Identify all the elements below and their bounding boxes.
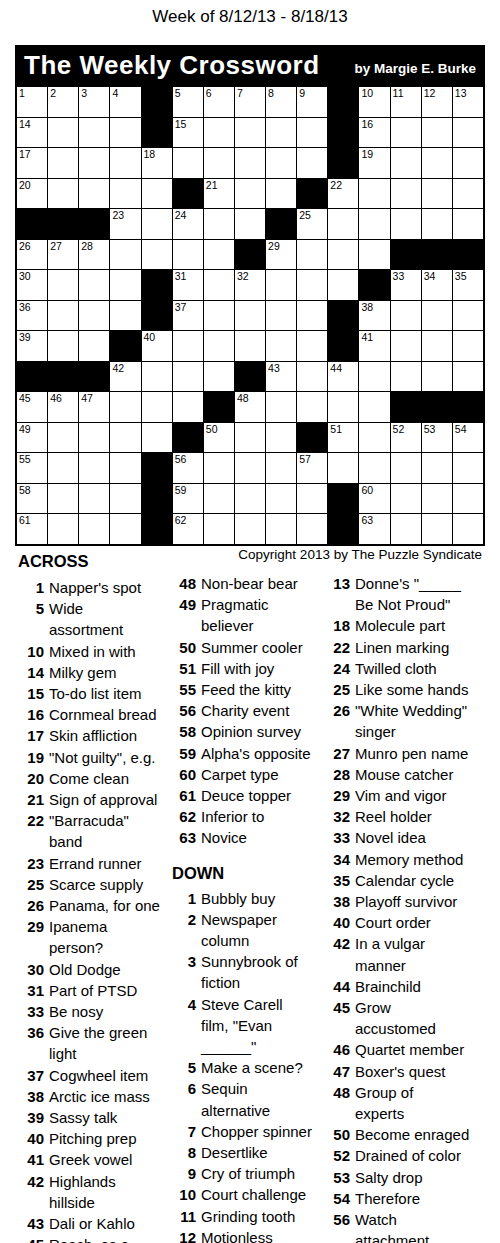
cell-r1c4[interactable]: 4	[110, 87, 140, 117]
cell-r8c9[interactable]	[266, 301, 296, 331]
cell-r10c15[interactable]	[453, 362, 483, 392]
cell-r2c12[interactable]: 16	[359, 118, 389, 148]
cell-r15c3[interactable]	[79, 514, 109, 544]
cell-r12c5[interactable]	[142, 423, 172, 453]
cell-r7c15[interactable]: 35	[453, 270, 483, 300]
cell-r4c2[interactable]	[48, 179, 78, 209]
clue-number: 50	[172, 637, 201, 658]
cell-r8c12[interactable]: 38	[359, 301, 389, 331]
clue-number: 26	[18, 895, 49, 916]
cell-r14c7[interactable]	[204, 484, 234, 514]
cell-r12c3[interactable]	[79, 423, 109, 453]
clue-number: 49	[172, 594, 201, 636]
cell-r4c15[interactable]	[453, 179, 483, 209]
cell-r10c7[interactable]	[204, 362, 234, 392]
cell-r4c12[interactable]	[359, 179, 389, 209]
cell-r13c13[interactable]	[391, 453, 421, 483]
cell-r10c13[interactable]	[391, 362, 421, 392]
cell-r3c2[interactable]	[48, 148, 78, 178]
cell-r11c3[interactable]: 47	[79, 392, 109, 422]
clue-number: 5	[18, 598, 49, 640]
clue-number: 21	[18, 789, 49, 810]
clue-text: Sunnybrook of fiction	[201, 951, 298, 993]
cell-number: 12	[424, 88, 436, 99]
cell-r9c10[interactable]	[297, 331, 327, 361]
cell-r4c13[interactable]	[391, 179, 421, 209]
clue-text: Cry of triumph	[201, 1163, 295, 1184]
clue-number: 38	[330, 891, 355, 912]
clue-number: 56	[172, 700, 201, 721]
cell-r5c5[interactable]	[142, 209, 172, 239]
cell-r7c4[interactable]	[110, 270, 140, 300]
cell-r15c4[interactable]	[110, 514, 140, 544]
cell-r12c13[interactable]: 52	[391, 423, 421, 453]
cell-r6c7[interactable]	[204, 240, 234, 270]
cell-number: 14	[19, 119, 31, 130]
cell-r15c1[interactable]: 61	[17, 514, 47, 544]
cell-r10c6[interactable]	[173, 362, 203, 392]
cell-r2c9[interactable]	[266, 118, 296, 148]
black-cell-r2c5	[142, 118, 172, 148]
cell-r13c1[interactable]: 55	[17, 453, 47, 483]
cell-r13c9[interactable]	[266, 453, 296, 483]
black-cell-r10c1	[17, 362, 47, 392]
cell-number: 54	[455, 424, 467, 435]
cell-r3c10[interactable]	[297, 148, 327, 178]
cell-r14c8[interactable]	[235, 484, 265, 514]
cell-r9c8[interactable]	[235, 331, 265, 361]
cell-r8c13[interactable]	[391, 301, 421, 331]
cell-r13c12[interactable]	[359, 453, 389, 483]
clue-text: "Not guilty", e.g.	[49, 747, 156, 768]
cell-r12c8[interactable]	[235, 423, 265, 453]
clue-text: Come clean	[49, 768, 129, 789]
cell-r13c4[interactable]	[110, 453, 140, 483]
cell-r11c2[interactable]: 46	[48, 392, 78, 422]
cell-r2c8[interactable]	[235, 118, 265, 148]
cell-r7c2[interactable]	[48, 270, 78, 300]
cell-r11c6[interactable]	[173, 392, 203, 422]
cell-r6c3[interactable]: 28	[79, 240, 109, 270]
cell-number: 43	[268, 363, 280, 374]
cell-r7c6[interactable]: 31	[173, 270, 203, 300]
cell-r2c14[interactable]	[422, 118, 452, 148]
cell-number: 2	[50, 88, 56, 99]
cell-r5c10[interactable]: 25	[297, 209, 327, 239]
cell-r2c10[interactable]	[297, 118, 327, 148]
cell-r5c6[interactable]: 24	[173, 209, 203, 239]
cell-r14c6[interactable]: 59	[173, 484, 203, 514]
cell-r11c11[interactable]	[328, 392, 358, 422]
clue-column-2: 48Non-bear bear49Pragmatic believer50Sum…	[172, 573, 329, 1243]
clue-across-37: 37Cogwheel item	[18, 1065, 170, 1086]
cell-r6c2[interactable]: 27	[48, 240, 78, 270]
cell-r14c1[interactable]: 58	[17, 484, 47, 514]
cell-r13c3[interactable]	[79, 453, 109, 483]
clue-text: Molecule part	[355, 615, 445, 636]
cell-r1c2[interactable]: 2	[48, 87, 78, 117]
clue-text: Fill with joy	[201, 658, 274, 679]
cell-r5c11[interactable]	[328, 209, 358, 239]
clue-number: 9	[172, 1163, 201, 1184]
cell-r4c1[interactable]: 20	[17, 179, 47, 209]
cell-r8c4[interactable]	[110, 301, 140, 331]
cell-r13c15[interactable]	[453, 453, 483, 483]
cell-r15c14[interactable]	[422, 514, 452, 544]
cell-r9c5[interactable]: 40	[142, 331, 172, 361]
clue-across-21: 21Sign of approval	[18, 789, 170, 810]
cell-r5c4[interactable]: 23	[110, 209, 140, 239]
clue-across-58: 58Opinion survey	[172, 721, 329, 742]
cell-r4c8[interactable]	[235, 179, 265, 209]
cell-r7c1[interactable]: 30	[17, 270, 47, 300]
clue-text: Mixed in with	[49, 641, 136, 662]
cell-r9c13[interactable]	[391, 331, 421, 361]
clue-number: 25	[18, 874, 49, 895]
cell-r15c10[interactable]	[297, 514, 327, 544]
cell-r9c6[interactable]	[173, 331, 203, 361]
clue-number: 28	[330, 764, 355, 785]
cell-r12c1[interactable]: 49	[17, 423, 47, 453]
clue-number: 40	[330, 912, 355, 933]
cell-r9c1[interactable]: 39	[17, 331, 47, 361]
cell-r9c14[interactable]	[422, 331, 452, 361]
cell-r1c7[interactable]: 6	[204, 87, 234, 117]
cell-r13c2[interactable]	[48, 453, 78, 483]
cell-r2c6[interactable]: 15	[173, 118, 203, 148]
cell-r3c14[interactable]	[422, 148, 452, 178]
clue-text: Desertlike	[201, 1142, 268, 1163]
clue-across-5: 5Wide assortment	[18, 598, 170, 640]
cell-r12c15[interactable]: 54	[453, 423, 483, 453]
cell-r8c7[interactable]	[204, 301, 234, 331]
black-cell-r11c7	[204, 392, 234, 422]
clue-across-25: 25Scarce supply	[18, 874, 170, 895]
title-bar: The Weekly Crossword by Margie E. Burke	[15, 45, 485, 85]
cell-r9c2[interactable]	[48, 331, 78, 361]
cell-number: 53	[424, 424, 436, 435]
clue-down-22: 22Linen marking	[330, 637, 493, 658]
clue-text: Panama, for one	[49, 895, 160, 916]
cell-r15c8[interactable]	[235, 514, 265, 544]
cell-r12c14[interactable]: 53	[422, 423, 452, 453]
cell-r14c2[interactable]	[48, 484, 78, 514]
across-header: ACROSS	[18, 551, 170, 571]
cell-r3c13[interactable]	[391, 148, 421, 178]
cell-number: 11	[393, 88, 404, 99]
cell-r1c12[interactable]: 10	[359, 87, 389, 117]
clue-text: Chopper spinner	[201, 1121, 312, 1142]
cell-r12c7[interactable]: 50	[204, 423, 234, 453]
cell-r9c9[interactable]	[266, 331, 296, 361]
cell-r3c1[interactable]: 17	[17, 148, 47, 178]
cell-r7c7[interactable]	[204, 270, 234, 300]
cell-r6c1[interactable]: 26	[17, 240, 47, 270]
clue-text: Newspaper column	[201, 909, 277, 951]
clue-down-34: 34Memory method	[330, 849, 493, 870]
cell-r4c9[interactable]	[266, 179, 296, 209]
clue-number: 48	[330, 1082, 355, 1124]
clue-down-11: 11Grinding tooth	[172, 1206, 329, 1227]
cell-r3c12[interactable]: 19	[359, 148, 389, 178]
clue-number: 27	[330, 743, 355, 764]
clue-text: Memory method	[355, 849, 463, 870]
cell-r3c4[interactable]	[110, 148, 140, 178]
clue-number: 43	[18, 1213, 49, 1234]
cell-r8c3[interactable]	[79, 301, 109, 331]
cell-r12c11[interactable]: 51	[328, 423, 358, 453]
clue-text: Boxer's quest	[355, 1061, 445, 1082]
cell-r6c5[interactable]	[142, 240, 172, 270]
cell-r5c15[interactable]	[453, 209, 483, 239]
cell-r8c15[interactable]	[453, 301, 483, 331]
cell-r1c13[interactable]: 11	[391, 87, 421, 117]
cell-r3c8[interactable]	[235, 148, 265, 178]
black-cell-r5c1	[17, 209, 47, 239]
cell-r7c13[interactable]: 33	[391, 270, 421, 300]
cell-r11c10[interactable]	[297, 392, 327, 422]
cell-r10c12[interactable]	[359, 362, 389, 392]
clue-text: Become enraged	[355, 1124, 469, 1145]
cell-r2c13[interactable]	[391, 118, 421, 148]
clue-down-56: 56Watch attachment	[330, 1209, 493, 1243]
cell-r11c9[interactable]	[266, 392, 296, 422]
clue-text: Therefore	[355, 1188, 420, 1209]
clue-across-38: 38Arctic ice mass	[18, 1086, 170, 1107]
cell-r7c9[interactable]	[266, 270, 296, 300]
clue-text: Reel holder	[355, 806, 432, 827]
cell-r8c1[interactable]: 36	[17, 301, 47, 331]
cell-r2c15[interactable]	[453, 118, 483, 148]
puzzle-title: The Weekly Crossword	[24, 50, 320, 81]
cell-r10c11[interactable]: 44	[328, 362, 358, 392]
cell-r5c8[interactable]	[235, 209, 265, 239]
cell-r14c14[interactable]	[422, 484, 452, 514]
cell-r13c11[interactable]	[328, 453, 358, 483]
clue-across-55: 55Feed the kitty	[172, 679, 329, 700]
cell-r3c5[interactable]: 18	[142, 148, 172, 178]
cell-r4c4[interactable]	[110, 179, 140, 209]
cell-r7c8[interactable]: 32	[235, 270, 265, 300]
cell-number: 24	[175, 210, 187, 221]
clue-across-42: 42Highlands hillside	[18, 1171, 170, 1213]
cell-r4c3[interactable]	[79, 179, 109, 209]
cell-r1c1[interactable]: 1	[17, 87, 47, 117]
cell-r13c14[interactable]	[422, 453, 452, 483]
clue-number: 20	[18, 768, 49, 789]
cell-r14c4[interactable]	[110, 484, 140, 514]
cell-r1c10[interactable]: 9	[297, 87, 327, 117]
cell-number: 22	[330, 180, 342, 191]
copyright-line: Copyright 2013 by The Puzzle Syndicate	[238, 547, 482, 562]
cell-r8c8[interactable]	[235, 301, 265, 331]
cell-r6c4[interactable]	[110, 240, 140, 270]
clue-down-40: 40Court order	[330, 912, 493, 933]
cell-r9c12[interactable]: 41	[359, 331, 389, 361]
cell-r12c2[interactable]	[48, 423, 78, 453]
clue-text: Be nosy	[49, 1001, 103, 1022]
cell-r2c4[interactable]	[110, 118, 140, 148]
cell-r2c7[interactable]	[204, 118, 234, 148]
cell-number: 38	[361, 302, 373, 313]
cell-r3c3[interactable]	[79, 148, 109, 178]
cell-number: 44	[330, 363, 342, 374]
cell-r4c14[interactable]	[422, 179, 452, 209]
cell-r13c7[interactable]	[204, 453, 234, 483]
cell-r1c9[interactable]: 8	[266, 87, 296, 117]
clue-number: 61	[172, 785, 201, 806]
cell-r11c1[interactable]: 45	[17, 392, 47, 422]
clue-number: 47	[330, 1061, 355, 1082]
cell-r9c3[interactable]	[79, 331, 109, 361]
cell-r1c6[interactable]: 5	[173, 87, 203, 117]
cell-r4c11[interactable]: 22	[328, 179, 358, 209]
clue-text: Arctic ice mass	[49, 1086, 150, 1107]
cell-r10c5[interactable]	[142, 362, 172, 392]
cell-r12c12[interactable]	[359, 423, 389, 453]
cell-r2c2[interactable]	[48, 118, 78, 148]
cell-r14c13[interactable]	[391, 484, 421, 514]
cell-r14c15[interactable]	[453, 484, 483, 514]
cell-r15c9[interactable]	[266, 514, 296, 544]
cell-number: 41	[361, 332, 373, 343]
cell-r5c14[interactable]	[422, 209, 452, 239]
clue-down-33: 33Novel idea	[330, 827, 493, 848]
cell-r1c14[interactable]: 12	[422, 87, 452, 117]
clue-across-23: 23Errand runner	[18, 853, 170, 874]
cell-number: 13	[455, 88, 467, 99]
cell-r5c12[interactable]	[359, 209, 389, 239]
black-cell-r13c5	[142, 453, 172, 483]
cell-r8c6[interactable]: 37	[173, 301, 203, 331]
clue-across-33: 33Be nosy	[18, 1001, 170, 1022]
cell-r2c3[interactable]	[79, 118, 109, 148]
cell-r13c6[interactable]: 56	[173, 453, 203, 483]
cell-r15c12[interactable]: 63	[359, 514, 389, 544]
clue-number: 4	[172, 994, 201, 1058]
clue-down-10: 10Court challenge	[172, 1184, 329, 1205]
cell-r11c4[interactable]	[110, 392, 140, 422]
cell-r1c15[interactable]: 13	[453, 87, 483, 117]
cell-r3c15[interactable]	[453, 148, 483, 178]
black-cell-r11c14	[422, 392, 452, 422]
clue-number: 1	[18, 577, 49, 598]
cell-r15c13[interactable]	[391, 514, 421, 544]
clue-number: 62	[172, 806, 201, 827]
black-cell-r7c12	[359, 270, 389, 300]
clue-number: 33	[18, 1001, 49, 1022]
cell-r10c14[interactable]	[422, 362, 452, 392]
cell-r5c13[interactable]	[391, 209, 421, 239]
cell-r10c10[interactable]	[297, 362, 327, 392]
cell-r9c15[interactable]	[453, 331, 483, 361]
clue-number: 45	[330, 997, 355, 1039]
cell-r6c11[interactable]	[328, 240, 358, 270]
cell-r6c12[interactable]	[359, 240, 389, 270]
cell-r11c8[interactable]: 48	[235, 392, 265, 422]
cell-r14c9[interactable]	[266, 484, 296, 514]
cell-r14c3[interactable]	[79, 484, 109, 514]
cell-r3c6[interactable]	[173, 148, 203, 178]
black-cell-r15c5	[142, 514, 172, 544]
black-cell-r14c11	[328, 484, 358, 514]
cell-r7c11[interactable]	[328, 270, 358, 300]
cell-r10c9[interactable]: 43	[266, 362, 296, 392]
cell-r5c7[interactable]	[204, 209, 234, 239]
cell-r6c6[interactable]	[173, 240, 203, 270]
clue-text: Brainchild	[355, 976, 421, 997]
black-cell-r5c9	[266, 209, 296, 239]
cell-r7c14[interactable]: 34	[422, 270, 452, 300]
clue-number: 15	[18, 683, 49, 704]
cell-r14c10[interactable]	[297, 484, 327, 514]
cell-number: 17	[19, 149, 31, 160]
black-cell-r5c3	[79, 209, 109, 239]
clue-across-39: 39Sassy talk	[18, 1107, 170, 1128]
cell-r12c9[interactable]	[266, 423, 296, 453]
clue-number: 8	[172, 1142, 201, 1163]
cell-r6c9[interactable]: 29	[266, 240, 296, 270]
cell-r15c6[interactable]: 62	[173, 514, 203, 544]
cell-r15c2[interactable]	[48, 514, 78, 544]
cell-r7c10[interactable]	[297, 270, 327, 300]
clue-text: Feed the kitty	[201, 679, 291, 700]
cell-number: 9	[299, 88, 305, 99]
clue-down-32: 32Reel holder	[330, 806, 493, 827]
cell-r4c7[interactable]: 21	[204, 179, 234, 209]
clue-number: 26	[330, 700, 355, 742]
clue-number: 6	[172, 1078, 201, 1120]
cell-r13c10[interactable]: 57	[297, 453, 327, 483]
cell-r6c10[interactable]	[297, 240, 327, 270]
clue-number: 42	[18, 1171, 49, 1213]
cell-r15c7[interactable]	[204, 514, 234, 544]
cell-r15c15[interactable]	[453, 514, 483, 544]
clue-number: 23	[18, 853, 49, 874]
cell-r14c12[interactable]: 60	[359, 484, 389, 514]
clue-number: 60	[172, 764, 201, 785]
cell-r8c2[interactable]	[48, 301, 78, 331]
clue-number: 54	[330, 1188, 355, 1209]
clue-text: Ipanema person?	[49, 916, 107, 958]
cell-r11c5[interactable]	[142, 392, 172, 422]
cell-r1c3[interactable]: 3	[79, 87, 109, 117]
clue-text: Like some hands	[355, 679, 468, 700]
cell-number: 63	[361, 515, 373, 526]
clue-text: Novel idea	[355, 827, 426, 848]
cell-number: 55	[19, 454, 31, 465]
clue-across-50: 50Summer cooler	[172, 637, 329, 658]
clue-text: Sequin alternative	[201, 1078, 270, 1120]
cell-r1c8[interactable]: 7	[235, 87, 265, 117]
clue-down-48: 48Group of experts	[330, 1082, 493, 1124]
cell-r3c7[interactable]	[204, 148, 234, 178]
cell-number: 31	[175, 271, 187, 282]
cell-r10c4[interactable]: 42	[110, 362, 140, 392]
cell-r2c1[interactable]: 14	[17, 118, 47, 148]
cell-r12c4[interactable]	[110, 423, 140, 453]
cell-number: 25	[299, 210, 311, 221]
cell-r4c5[interactable]	[142, 179, 172, 209]
cell-r7c3[interactable]	[79, 270, 109, 300]
cell-r8c14[interactable]	[422, 301, 452, 331]
cell-r9c7[interactable]	[204, 331, 234, 361]
cell-r3c9[interactable]	[266, 148, 296, 178]
cell-r8c10[interactable]	[297, 301, 327, 331]
cell-r13c8[interactable]	[235, 453, 265, 483]
cell-r11c12[interactable]	[359, 392, 389, 422]
clue-down-24: 24Twilled cloth	[330, 658, 493, 679]
